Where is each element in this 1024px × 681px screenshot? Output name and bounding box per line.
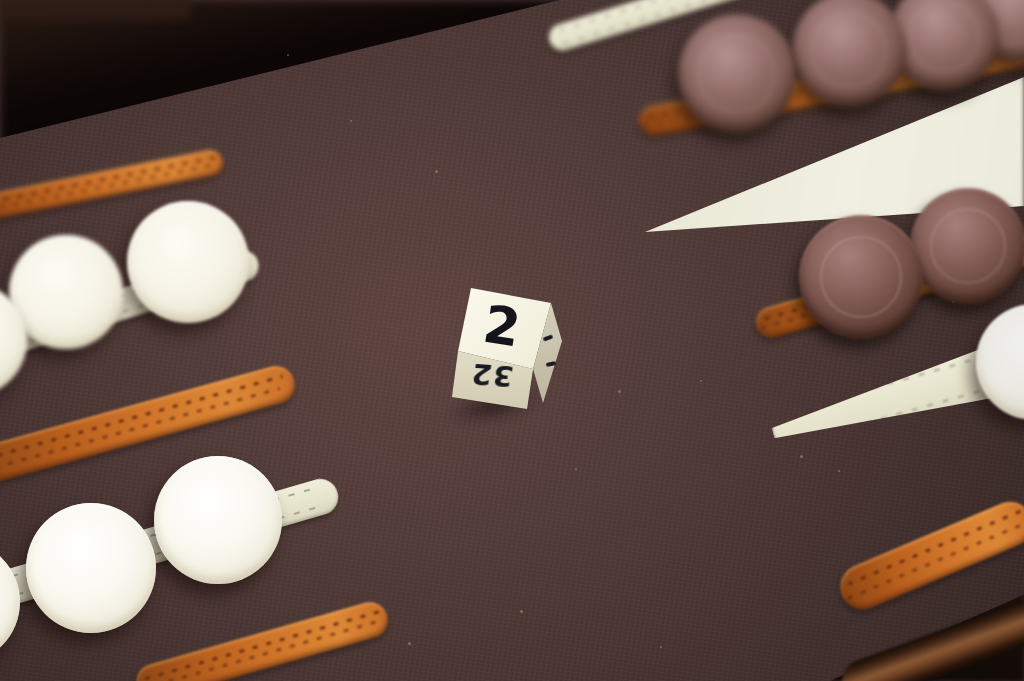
white-checker-5 <box>26 503 156 633</box>
backgammon-photo-scene: 2 32 <box>0 0 1024 681</box>
doubling-cube: 2 32 <box>450 283 565 413</box>
felt-speck <box>575 468 577 470</box>
felt-speck <box>618 390 621 393</box>
felt-speck <box>408 642 411 645</box>
felt-speck <box>700 380 702 382</box>
felt-speck <box>287 54 289 56</box>
doubling-cube-value-32: 32 <box>455 356 528 394</box>
doubling-cube-value-2: 2 <box>463 289 540 363</box>
board-top-edge <box>0 0 190 20</box>
felt-speck <box>800 455 803 458</box>
brown-checker-6 <box>910 188 1024 304</box>
felt-speck <box>350 120 352 122</box>
white-checker-6 <box>154 456 282 584</box>
felt-speck <box>838 470 840 472</box>
felt-speck <box>660 646 662 648</box>
brown-checker-5 <box>799 215 923 339</box>
white-checker-3 <box>127 201 249 323</box>
felt-speck <box>520 610 523 613</box>
felt-speck <box>435 170 438 173</box>
brown-checker-1 <box>678 15 796 133</box>
